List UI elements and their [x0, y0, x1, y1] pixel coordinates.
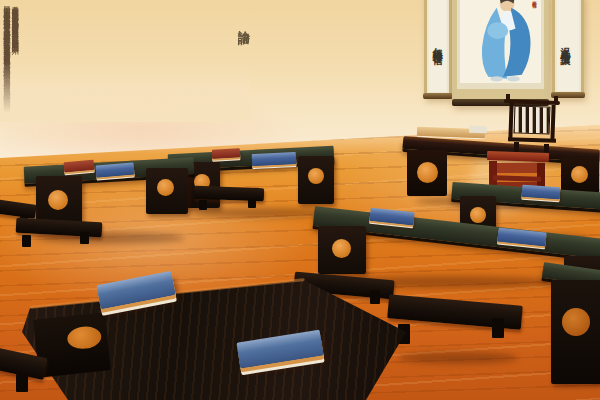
- kneeling-bench: [0, 346, 44, 400]
- leg-cutout: [157, 179, 174, 196]
- book: [212, 148, 240, 158]
- altar-leg-panel: [407, 150, 447, 196]
- leg-cutout: [48, 190, 68, 210]
- bench-foot: [199, 200, 207, 210]
- student-desk: [543, 256, 600, 400]
- couplet-right-text: 温良恭儉讓: [557, 0, 579, 91]
- mural-fade: [0, 62, 250, 122]
- bench-foot: [16, 374, 28, 392]
- desk-leg-panel: [146, 168, 188, 214]
- bench-foot: [248, 198, 256, 208]
- leg-cutout: [332, 239, 351, 258]
- rack-post: [508, 103, 513, 139]
- couplet-scroll-left: 仁義禮智信: [424, 0, 452, 99]
- leg-cutout: [417, 162, 438, 183]
- kneeling-bench: [16, 216, 108, 252]
- desk-leg-panel: [298, 156, 334, 204]
- couplet-scroll-right: 温良恭儉讓: [552, 0, 584, 98]
- confucius-painting: 先師孔子行教像: [460, 0, 541, 83]
- classroom-photo: 子曰學而時習之不亦說乎有朋自遠方來不亦樂乎人不知而不慍不亦君子乎有子曰其為人也孝…: [0, 0, 600, 400]
- leg-cutout: [308, 168, 324, 184]
- book: [252, 152, 297, 166]
- analects-title: 論語: [235, 20, 257, 76]
- confucius-figure: [462, 0, 541, 83]
- student-desk: [22, 266, 420, 400]
- scroll-inscription: 先師孔子行教像: [531, 0, 538, 43]
- leg-cutout: [562, 308, 590, 336]
- desk-leg-panel: [551, 280, 600, 384]
- leg-cutout: [66, 325, 102, 350]
- couplet-left-text: 仁義禮智信: [429, 0, 447, 92]
- bench-foot: [22, 235, 31, 247]
- scroll-roller: [423, 93, 453, 99]
- chime-rack: [506, 94, 558, 154]
- kneeling-bench: [194, 184, 268, 214]
- altar-book: [469, 126, 487, 134]
- bench-foot: [80, 232, 89, 244]
- rack-chime-tubes: [514, 105, 551, 134]
- confucius-scroll: 先師孔子行教像: [452, 0, 549, 106]
- bench-foot: [492, 318, 504, 338]
- rack-post: [550, 105, 555, 141]
